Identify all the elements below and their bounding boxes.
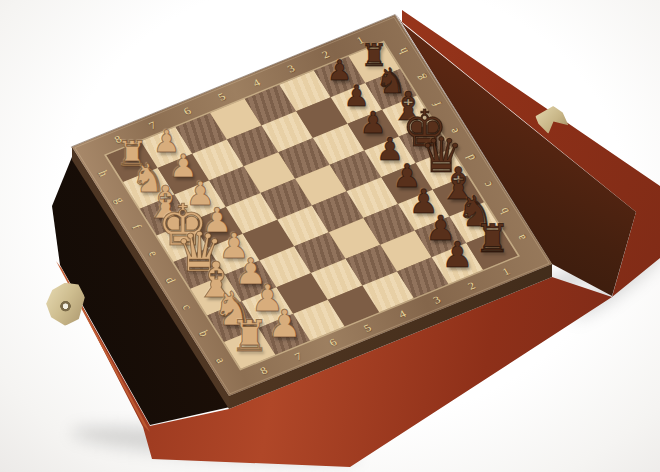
piece-black-rook-a1[interactable]: ♜ bbox=[475, 220, 510, 259]
piece-black-pawn-a2[interactable]: ♟ bbox=[441, 237, 473, 273]
piece-white-rook-a8[interactable]: ♜ bbox=[230, 315, 269, 358]
piece-white-pawn-a7[interactable]: ♟ bbox=[267, 305, 301, 343]
chess-set-photo: 87654321 87654321 hgfedcba hgfedcba ♜♞♝♛… bbox=[0, 0, 660, 472]
